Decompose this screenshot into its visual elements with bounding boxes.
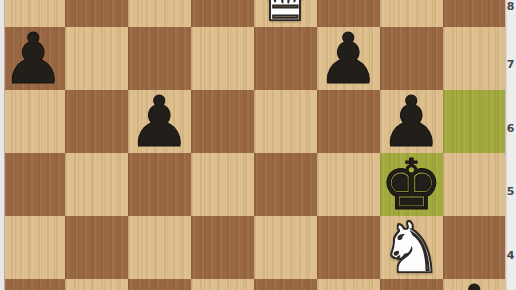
square-f5[interactable] [317, 153, 380, 216]
square-f3[interactable] [317, 279, 380, 290]
square-a3[interactable] [2, 279, 65, 290]
square-d5[interactable] [191, 153, 254, 216]
square-a4[interactable] [2, 216, 65, 279]
square-b6[interactable] [65, 90, 128, 153]
rank-label-8: 8 [505, 0, 516, 13]
square-b7[interactable] [65, 27, 128, 90]
square-b4[interactable] [65, 216, 128, 279]
chess-board[interactable]: ♛♟♟♟♟♚♞♟ [2, 0, 506, 290]
square-a7[interactable]: ♟ [2, 27, 65, 90]
white-knight[interactable]: ♞ [380, 216, 443, 279]
square-b3[interactable] [65, 279, 128, 290]
square-e8[interactable]: ♛ [254, 0, 317, 27]
square-e6[interactable] [254, 90, 317, 153]
square-b5[interactable] [65, 153, 128, 216]
square-h7[interactable] [443, 27, 506, 90]
square-d7[interactable] [191, 27, 254, 90]
square-a5[interactable] [2, 153, 65, 216]
square-d3[interactable] [191, 279, 254, 290]
rank-label-4: 4 [505, 249, 516, 262]
square-f4[interactable] [317, 216, 380, 279]
square-g8[interactable] [380, 0, 443, 27]
square-d8[interactable] [191, 0, 254, 27]
square-f7[interactable]: ♟ [317, 27, 380, 90]
black-pawn[interactable]: ♟ [2, 27, 65, 90]
square-e4[interactable] [254, 216, 317, 279]
square-g4[interactable]: ♞ [380, 216, 443, 279]
square-d4[interactable] [191, 216, 254, 279]
chessboard-viewport: ♛♟♟♟♟♚♞♟ 87654 [0, 0, 516, 290]
black-pawn[interactable]: ♟ [128, 90, 191, 153]
square-e3[interactable] [254, 279, 317, 290]
black-pawn[interactable]: ♟ [443, 279, 506, 290]
left-margin-strip [0, 0, 5, 290]
square-h8[interactable] [443, 0, 506, 27]
square-c8[interactable] [128, 0, 191, 27]
square-c6[interactable]: ♟ [128, 90, 191, 153]
square-h6[interactable] [443, 90, 506, 153]
rank-coordinates-strip: 87654 [505, 0, 516, 290]
square-e5[interactable] [254, 153, 317, 216]
black-pawn[interactable]: ♟ [317, 27, 380, 90]
rank-label-7: 7 [505, 58, 516, 71]
rank-label-6: 6 [505, 122, 516, 135]
square-c3[interactable] [128, 279, 191, 290]
square-c4[interactable] [128, 216, 191, 279]
square-b8[interactable] [65, 0, 128, 27]
square-d6[interactable] [191, 90, 254, 153]
square-h3[interactable]: ♟ [443, 279, 506, 290]
square-h5[interactable] [443, 153, 506, 216]
white-queen[interactable]: ♛ [254, 0, 317, 27]
rank-label-5: 5 [505, 185, 516, 198]
